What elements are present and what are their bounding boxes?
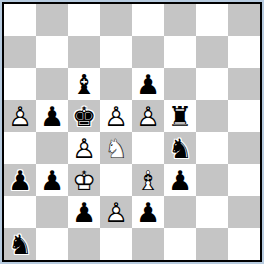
square-d3[interactable] [100, 164, 132, 196]
black-pawn-piece: ♟ [164, 164, 196, 196]
square-a4[interactable] [4, 132, 36, 164]
square-c2[interactable]: ♟ [68, 196, 100, 228]
square-c3[interactable]: ♚♔ [68, 164, 100, 196]
black-pawn-piece: ♟ [36, 100, 68, 132]
square-b4[interactable] [36, 132, 68, 164]
square-d6[interactable] [100, 68, 132, 100]
square-c6[interactable]: ♝ [68, 68, 100, 100]
square-a2[interactable] [4, 196, 36, 228]
square-c8[interactable] [68, 4, 100, 36]
black-pawn-piece: ♟ [132, 68, 164, 100]
square-c5[interactable]: ♚ [68, 100, 100, 132]
square-g6[interactable] [196, 68, 228, 100]
white-pawn-piece: ♟♙ [4, 100, 36, 132]
white-pawn-outline: ♙ [68, 132, 100, 164]
square-h7[interactable] [228, 36, 260, 68]
black-knight-piece: ♞ [4, 228, 36, 260]
square-g2[interactable] [196, 196, 228, 228]
square-e1[interactable] [132, 228, 164, 260]
black-knight-piece: ♞ [164, 132, 196, 164]
square-a8[interactable] [4, 4, 36, 36]
square-d5[interactable]: ♟♙ [100, 100, 132, 132]
square-h6[interactable] [228, 68, 260, 100]
square-g4[interactable] [196, 132, 228, 164]
square-g5[interactable] [196, 100, 228, 132]
square-f7[interactable] [164, 36, 196, 68]
chess-board: ♝♟♟♙♟♚♟♙♟♙♜♟♙♞♘♞♟♟♚♔♝♗♟♟♟♙♟♞ [2, 2, 262, 262]
square-f1[interactable] [164, 228, 196, 260]
square-e8[interactable] [132, 4, 164, 36]
black-pawn-piece: ♟ [4, 164, 36, 196]
square-a7[interactable] [4, 36, 36, 68]
square-c7[interactable] [68, 36, 100, 68]
square-h8[interactable] [228, 4, 260, 36]
square-b3[interactable]: ♟ [36, 164, 68, 196]
square-h1[interactable] [228, 228, 260, 260]
white-pawn-piece: ♟♙ [100, 196, 132, 228]
square-a3[interactable]: ♟ [4, 164, 36, 196]
black-rook-piece: ♜ [164, 100, 196, 132]
black-bishop-piece: ♝ [68, 68, 100, 100]
square-e2[interactable]: ♟ [132, 196, 164, 228]
square-d2[interactable]: ♟♙ [100, 196, 132, 228]
square-f6[interactable] [164, 68, 196, 100]
white-pawn-piece: ♟♙ [132, 100, 164, 132]
square-d1[interactable] [100, 228, 132, 260]
white-pawn-piece: ♟♙ [68, 132, 100, 164]
square-f3[interactable]: ♟ [164, 164, 196, 196]
white-pawn-outline: ♙ [4, 100, 36, 132]
square-a6[interactable] [4, 68, 36, 100]
white-king-piece: ♚♔ [68, 164, 100, 196]
square-f2[interactable] [164, 196, 196, 228]
square-g7[interactable] [196, 36, 228, 68]
square-e4[interactable] [132, 132, 164, 164]
white-pawn-outline: ♙ [100, 100, 132, 132]
square-b8[interactable] [36, 4, 68, 36]
square-g3[interactable] [196, 164, 228, 196]
square-f4[interactable]: ♞ [164, 132, 196, 164]
white-pawn-outline: ♙ [100, 196, 132, 228]
diagram-frame: ♝♟♟♙♟♚♟♙♟♙♜♟♙♞♘♞♟♟♚♔♝♗♟♟♟♙♟♞ [0, 0, 264, 264]
square-b1[interactable] [36, 228, 68, 260]
square-h2[interactable] [228, 196, 260, 228]
square-e6[interactable]: ♟ [132, 68, 164, 100]
square-a1[interactable]: ♞ [4, 228, 36, 260]
square-f5[interactable]: ♜ [164, 100, 196, 132]
square-b5[interactable]: ♟ [36, 100, 68, 132]
square-a5[interactable]: ♟♙ [4, 100, 36, 132]
white-pawn-outline: ♙ [132, 100, 164, 132]
white-knight-outline: ♘ [100, 132, 132, 164]
square-e3[interactable]: ♝♗ [132, 164, 164, 196]
black-pawn-piece: ♟ [36, 164, 68, 196]
white-knight-piece: ♞♘ [100, 132, 132, 164]
white-pawn-piece: ♟♙ [100, 100, 132, 132]
black-king-piece: ♚ [68, 100, 100, 132]
square-g8[interactable] [196, 4, 228, 36]
square-b6[interactable] [36, 68, 68, 100]
square-e5[interactable]: ♟♙ [132, 100, 164, 132]
square-g1[interactable] [196, 228, 228, 260]
square-c1[interactable] [68, 228, 100, 260]
square-h3[interactable] [228, 164, 260, 196]
black-pawn-piece: ♟ [132, 196, 164, 228]
square-f8[interactable] [164, 4, 196, 36]
square-c4[interactable]: ♟♙ [68, 132, 100, 164]
black-pawn-piece: ♟ [68, 196, 100, 228]
square-h5[interactable] [228, 100, 260, 132]
white-bishop-outline: ♗ [132, 164, 164, 196]
square-e7[interactable] [132, 36, 164, 68]
white-bishop-piece: ♝♗ [132, 164, 164, 196]
square-d7[interactable] [100, 36, 132, 68]
square-b7[interactable] [36, 36, 68, 68]
square-b2[interactable] [36, 196, 68, 228]
square-d8[interactable] [100, 4, 132, 36]
white-king-outline: ♔ [68, 164, 100, 196]
square-h4[interactable] [228, 132, 260, 164]
square-d4[interactable]: ♞♘ [100, 132, 132, 164]
